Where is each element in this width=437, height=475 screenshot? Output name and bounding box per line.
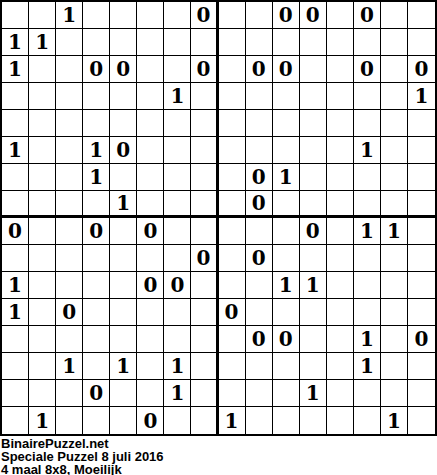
cell-r10c11-empty[interactable] xyxy=(273,245,300,272)
cell-r7c16-empty[interactable] xyxy=(408,164,435,191)
cell-r15c2-empty[interactable] xyxy=(29,380,56,407)
cell-r3c10-given[interactable]: 0 xyxy=(246,56,273,83)
cell-r5c8-empty[interactable] xyxy=(191,110,218,137)
cell-r9c3-empty[interactable] xyxy=(56,218,83,245)
cell-r12c3-given[interactable]: 0 xyxy=(56,299,83,326)
cell-r3c14-given[interactable]: 0 xyxy=(354,56,381,83)
cell-r14c9-empty[interactable] xyxy=(219,353,246,380)
cell-r15c8-empty[interactable] xyxy=(191,380,218,407)
cell-r6c13-empty[interactable] xyxy=(327,137,354,164)
cell-r2c6-empty[interactable] xyxy=(137,29,164,56)
cell-r11c11-given[interactable]: 1 xyxy=(273,272,300,299)
cell-r11c3-empty[interactable] xyxy=(56,272,83,299)
cell-r4c13-empty[interactable] xyxy=(327,83,354,110)
cell-r3c13-empty[interactable] xyxy=(327,56,354,83)
cell-r9c9-empty[interactable] xyxy=(219,218,246,245)
cell-r15c14-empty[interactable] xyxy=(354,380,381,407)
cell-r6c4-given[interactable]: 1 xyxy=(83,137,110,164)
cell-r7c8-empty[interactable] xyxy=(191,164,218,191)
cell-r12c16-empty[interactable] xyxy=(408,299,435,326)
cell-r13c4-empty[interactable] xyxy=(83,326,110,353)
cell-r7c9-empty[interactable] xyxy=(219,164,246,191)
cell-r7c5-empty[interactable] xyxy=(110,164,137,191)
cell-r8c3-empty[interactable] xyxy=(56,191,83,218)
cell-r8c2-empty[interactable] xyxy=(29,191,56,218)
cell-r5c14-empty[interactable] xyxy=(354,110,381,137)
cell-r4c10-empty[interactable] xyxy=(246,83,273,110)
cell-r8c4-empty[interactable] xyxy=(83,191,110,218)
cell-r7c1-empty[interactable] xyxy=(2,164,29,191)
cell-r7c2-empty[interactable] xyxy=(29,164,56,191)
cell-r13c3-empty[interactable] xyxy=(56,326,83,353)
cell-r14c7-given[interactable]: 1 xyxy=(164,353,191,380)
cell-r9c13-empty[interactable] xyxy=(327,218,354,245)
cell-r15c13-empty[interactable] xyxy=(327,380,354,407)
cell-r13c14-given[interactable]: 1 xyxy=(354,326,381,353)
cell-r3c2-empty[interactable] xyxy=(29,56,56,83)
cell-r10c5-empty[interactable] xyxy=(110,245,137,272)
cell-r11c7-given[interactable]: 0 xyxy=(164,272,191,299)
cell-r2c12-empty[interactable] xyxy=(300,29,327,56)
cell-r1c3-given[interactable]: 1 xyxy=(56,2,83,29)
cell-r4c12-empty[interactable] xyxy=(300,83,327,110)
cell-r14c10-empty[interactable] xyxy=(246,353,273,380)
cell-r9c8-empty[interactable] xyxy=(191,218,218,245)
cell-r9c6-given[interactable]: 0 xyxy=(137,218,164,245)
cell-r10c8-given[interactable]: 0 xyxy=(191,245,218,272)
cell-r9c1-given[interactable]: 0 xyxy=(2,218,29,245)
cell-r12c6-empty[interactable] xyxy=(137,299,164,326)
cell-r11c16-empty[interactable] xyxy=(408,272,435,299)
cell-r3c8-given[interactable]: 0 xyxy=(191,56,218,83)
cell-r1c4-empty[interactable] xyxy=(83,2,110,29)
cell-r8c8-empty[interactable] xyxy=(191,191,218,218)
cell-r16c5-empty[interactable] xyxy=(110,407,137,434)
cell-r13c15-empty[interactable] xyxy=(381,326,408,353)
cell-r7c6-empty[interactable] xyxy=(137,164,164,191)
cell-r3c12-empty[interactable] xyxy=(300,56,327,83)
cell-r1c9-empty[interactable] xyxy=(219,2,246,29)
cell-r8c1-empty[interactable] xyxy=(2,191,29,218)
cell-r3c1-given[interactable]: 1 xyxy=(2,56,29,83)
cell-r12c12-empty[interactable] xyxy=(300,299,327,326)
cell-r15c9-empty[interactable] xyxy=(219,380,246,407)
cell-r4c2-empty[interactable] xyxy=(29,83,56,110)
cell-r2c8-empty[interactable] xyxy=(191,29,218,56)
cell-r13c13-empty[interactable] xyxy=(327,326,354,353)
cell-r8c12-empty[interactable] xyxy=(300,191,327,218)
cell-r6c9-empty[interactable] xyxy=(219,137,246,164)
cell-r10c7-empty[interactable] xyxy=(164,245,191,272)
cell-r8c10-given[interactable]: 0 xyxy=(246,191,273,218)
cell-r12c9-given[interactable]: 0 xyxy=(219,299,246,326)
cell-r15c4-given[interactable]: 0 xyxy=(83,380,110,407)
cell-r5c1-empty[interactable] xyxy=(2,110,29,137)
cell-r1c16-empty[interactable] xyxy=(408,2,435,29)
cell-r16c6-given[interactable]: 0 xyxy=(137,407,164,434)
cell-r8c9-empty[interactable] xyxy=(219,191,246,218)
cell-r5c11-empty[interactable] xyxy=(273,110,300,137)
cell-r11c5-empty[interactable] xyxy=(110,272,137,299)
cell-r2c10-empty[interactable] xyxy=(246,29,273,56)
cell-r9c10-empty[interactable] xyxy=(246,218,273,245)
cell-r5c2-empty[interactable] xyxy=(29,110,56,137)
cell-r4c11-empty[interactable] xyxy=(273,83,300,110)
cell-r2c16-empty[interactable] xyxy=(408,29,435,56)
cell-r9c5-empty[interactable] xyxy=(110,218,137,245)
cell-r15c16-empty[interactable] xyxy=(408,380,435,407)
cell-r15c5-empty[interactable] xyxy=(110,380,137,407)
cell-r6c1-given[interactable]: 1 xyxy=(2,137,29,164)
cell-r12c5-empty[interactable] xyxy=(110,299,137,326)
cell-r3c7-empty[interactable] xyxy=(164,56,191,83)
cell-r15c1-empty[interactable] xyxy=(2,380,29,407)
cell-r10c9-empty[interactable] xyxy=(219,245,246,272)
cell-r11c1-given[interactable]: 1 xyxy=(2,272,29,299)
cell-r9c16-empty[interactable] xyxy=(408,218,435,245)
cell-r15c10-empty[interactable] xyxy=(246,380,273,407)
cell-r2c15-empty[interactable] xyxy=(381,29,408,56)
cell-r16c15-given[interactable]: 1 xyxy=(381,407,408,434)
cell-r11c14-empty[interactable] xyxy=(354,272,381,299)
cell-r5c13-empty[interactable] xyxy=(327,110,354,137)
cell-r1c13-empty[interactable] xyxy=(327,2,354,29)
cell-r11c10-empty[interactable] xyxy=(246,272,273,299)
cell-r13c6-empty[interactable] xyxy=(137,326,164,353)
puzzle-subtitle: 4 maal 8x8, Moeilijk xyxy=(1,463,437,475)
cell-r16c14-empty[interactable] xyxy=(354,407,381,434)
cell-r16c7-empty[interactable] xyxy=(164,407,191,434)
cell-r2c13-empty[interactable] xyxy=(327,29,354,56)
cell-r15c15-empty[interactable] xyxy=(381,380,408,407)
cell-r5c12-empty[interactable] xyxy=(300,110,327,137)
cell-r4c3-empty[interactable] xyxy=(56,83,83,110)
cell-r5c3-empty[interactable] xyxy=(56,110,83,137)
cell-r13c11-given[interactable]: 0 xyxy=(273,326,300,353)
cell-r3c4-given[interactable]: 0 xyxy=(83,56,110,83)
cell-r1c8-given[interactable]: 0 xyxy=(191,2,218,29)
cell-r10c16-empty[interactable] xyxy=(408,245,435,272)
cell-r4c16-given[interactable]: 1 xyxy=(408,83,435,110)
cell-r5c9-empty[interactable] xyxy=(219,110,246,137)
cell-r14c2-empty[interactable] xyxy=(29,353,56,380)
cell-r14c1-empty[interactable] xyxy=(2,353,29,380)
cell-r13c16-given[interactable]: 0 xyxy=(408,326,435,353)
cell-r11c9-empty[interactable] xyxy=(219,272,246,299)
cell-r16c16-empty[interactable] xyxy=(408,407,435,434)
cell-r4c14-empty[interactable] xyxy=(354,83,381,110)
cell-r16c12-empty[interactable] xyxy=(300,407,327,434)
cell-r14c8-empty[interactable] xyxy=(191,353,218,380)
cell-r8c13-empty[interactable] xyxy=(327,191,354,218)
cell-r16c13-empty[interactable] xyxy=(327,407,354,434)
cell-r2c4-empty[interactable] xyxy=(83,29,110,56)
cell-r5c16-empty[interactable] xyxy=(408,110,435,137)
cell-r15c7-given[interactable]: 1 xyxy=(164,380,191,407)
cell-r16c8-empty[interactable] xyxy=(191,407,218,434)
cell-r4c4-empty[interactable] xyxy=(83,83,110,110)
cell-r7c11-given[interactable]: 1 xyxy=(273,164,300,191)
cell-r14c11-empty[interactable] xyxy=(273,353,300,380)
cell-r6c10-empty[interactable] xyxy=(246,137,273,164)
cell-r15c6-empty[interactable] xyxy=(137,380,164,407)
cell-r8c16-empty[interactable] xyxy=(408,191,435,218)
cell-r14c6-empty[interactable] xyxy=(137,353,164,380)
cell-r12c14-empty[interactable] xyxy=(354,299,381,326)
cell-r12c7-empty[interactable] xyxy=(164,299,191,326)
cell-r4c6-empty[interactable] xyxy=(137,83,164,110)
cell-r6c6-empty[interactable] xyxy=(137,137,164,164)
cell-r11c13-empty[interactable] xyxy=(327,272,354,299)
cell-r10c2-empty[interactable] xyxy=(29,245,56,272)
cell-r7c14-empty[interactable] xyxy=(354,164,381,191)
cell-r6c5-given[interactable]: 0 xyxy=(110,137,137,164)
cell-r2c11-empty[interactable] xyxy=(273,29,300,56)
cell-r7c15-empty[interactable] xyxy=(381,164,408,191)
cell-r7c7-empty[interactable] xyxy=(164,164,191,191)
cell-r7c10-given[interactable]: 0 xyxy=(246,164,273,191)
cell-r6c3-empty[interactable] xyxy=(56,137,83,164)
cell-r12c4-empty[interactable] xyxy=(83,299,110,326)
cell-r2c5-empty[interactable] xyxy=(110,29,137,56)
cell-r8c6-empty[interactable] xyxy=(137,191,164,218)
cell-r1c10-empty[interactable] xyxy=(246,2,273,29)
cell-r9c4-given[interactable]: 0 xyxy=(83,218,110,245)
cell-r10c1-empty[interactable] xyxy=(2,245,29,272)
cell-r16c11-empty[interactable] xyxy=(273,407,300,434)
cell-r2c3-empty[interactable] xyxy=(56,29,83,56)
cell-r2c9-empty[interactable] xyxy=(219,29,246,56)
cell-r1c5-empty[interactable] xyxy=(110,2,137,29)
cell-r12c15-empty[interactable] xyxy=(381,299,408,326)
cell-r14c16-empty[interactable] xyxy=(408,353,435,380)
cell-r10c14-empty[interactable] xyxy=(354,245,381,272)
cell-r1c6-empty[interactable] xyxy=(137,2,164,29)
cell-r7c13-empty[interactable] xyxy=(327,164,354,191)
cell-r9c7-empty[interactable] xyxy=(164,218,191,245)
cell-r10c13-empty[interactable] xyxy=(327,245,354,272)
cell-r6c14-given[interactable]: 1 xyxy=(354,137,381,164)
cell-r5c5-empty[interactable] xyxy=(110,110,137,137)
cell-r4c8-empty[interactable] xyxy=(191,83,218,110)
cell-r11c12-given[interactable]: 1 xyxy=(300,272,327,299)
cell-r14c12-empty[interactable] xyxy=(300,353,327,380)
cell-r8c11-empty[interactable] xyxy=(273,191,300,218)
cell-r8c15-empty[interactable] xyxy=(381,191,408,218)
cell-r13c12-empty[interactable] xyxy=(300,326,327,353)
cell-r12c1-given[interactable]: 1 xyxy=(2,299,29,326)
cell-r16c2-given[interactable]: 1 xyxy=(29,407,56,434)
cell-r16c9-given[interactable]: 1 xyxy=(219,407,246,434)
cell-r13c10-given[interactable]: 0 xyxy=(246,326,273,353)
cell-r11c6-given[interactable]: 0 xyxy=(137,272,164,299)
cell-r11c2-empty[interactable] xyxy=(29,272,56,299)
cell-r15c11-empty[interactable] xyxy=(273,380,300,407)
cell-r1c15-empty[interactable] xyxy=(381,2,408,29)
cell-r12c10-empty[interactable] xyxy=(246,299,273,326)
cell-r10c15-empty[interactable] xyxy=(381,245,408,272)
cell-r3c5-given[interactable]: 0 xyxy=(110,56,137,83)
cell-r13c5-empty[interactable] xyxy=(110,326,137,353)
cell-r10c6-empty[interactable] xyxy=(137,245,164,272)
cell-r1c7-empty[interactable] xyxy=(164,2,191,29)
cell-r7c3-empty[interactable] xyxy=(56,164,83,191)
cell-r6c7-empty[interactable] xyxy=(164,137,191,164)
cell-r5c15-empty[interactable] xyxy=(381,110,408,137)
cell-r3c6-empty[interactable] xyxy=(137,56,164,83)
cell-r16c4-empty[interactable] xyxy=(83,407,110,434)
cell-r6c16-empty[interactable] xyxy=(408,137,435,164)
cell-r5c10-empty[interactable] xyxy=(246,110,273,137)
cell-r9c11-empty[interactable] xyxy=(273,218,300,245)
cell-r4c9-empty[interactable] xyxy=(219,83,246,110)
cell-r9c2-empty[interactable] xyxy=(29,218,56,245)
cell-r8c5-given[interactable]: 1 xyxy=(110,191,137,218)
cell-r2c2-given[interactable]: 1 xyxy=(29,29,56,56)
cell-r12c11-empty[interactable] xyxy=(273,299,300,326)
cell-r10c12-empty[interactable] xyxy=(300,245,327,272)
cell-r7c12-empty[interactable] xyxy=(300,164,327,191)
cell-r5c4-empty[interactable] xyxy=(83,110,110,137)
cell-r5c7-empty[interactable] xyxy=(164,110,191,137)
cell-r3c16-given[interactable]: 0 xyxy=(408,56,435,83)
cell-r6c11-empty[interactable] xyxy=(273,137,300,164)
cell-r14c15-empty[interactable] xyxy=(381,353,408,380)
cell-r7c4-given[interactable]: 1 xyxy=(83,164,110,191)
cell-r4c7-given[interactable]: 1 xyxy=(164,83,191,110)
cell-r11c15-empty[interactable] xyxy=(381,272,408,299)
cell-r6c15-empty[interactable] xyxy=(381,137,408,164)
cell-r15c12-given[interactable]: 1 xyxy=(300,380,327,407)
cell-r2c1-given[interactable]: 1 xyxy=(2,29,29,56)
cell-r16c3-empty[interactable] xyxy=(56,407,83,434)
cell-r13c9-empty[interactable] xyxy=(219,326,246,353)
cell-r8c14-empty[interactable] xyxy=(354,191,381,218)
cell-r1c12-given[interactable]: 0 xyxy=(300,2,327,29)
cell-r14c5-given[interactable]: 1 xyxy=(110,353,137,380)
cell-r1c11-given[interactable]: 0 xyxy=(273,2,300,29)
cell-r4c5-empty[interactable] xyxy=(110,83,137,110)
cell-r13c7-empty[interactable] xyxy=(164,326,191,353)
cell-r10c3-empty[interactable] xyxy=(56,245,83,272)
cell-r8c7-empty[interactable] xyxy=(164,191,191,218)
cell-r14c14-given[interactable]: 1 xyxy=(354,353,381,380)
cell-r1c2-empty[interactable] xyxy=(29,2,56,29)
cell-r14c4-empty[interactable] xyxy=(83,353,110,380)
cell-r3c3-empty[interactable] xyxy=(56,56,83,83)
cell-r3c11-given[interactable]: 0 xyxy=(273,56,300,83)
cell-r13c8-empty[interactable] xyxy=(191,326,218,353)
cell-r11c4-empty[interactable] xyxy=(83,272,110,299)
cell-r12c13-empty[interactable] xyxy=(327,299,354,326)
cell-r12c2-empty[interactable] xyxy=(29,299,56,326)
cell-r1c14-given[interactable]: 0 xyxy=(354,2,381,29)
cell-r2c7-empty[interactable] xyxy=(164,29,191,56)
cell-r11c8-empty[interactable] xyxy=(191,272,218,299)
cell-r12c8-empty[interactable] xyxy=(191,299,218,326)
cell-r1c1-empty[interactable] xyxy=(2,2,29,29)
cell-r5c6-empty[interactable] xyxy=(137,110,164,137)
cell-r16c10-empty[interactable] xyxy=(246,407,273,434)
cell-r4c1-empty[interactable] xyxy=(2,83,29,110)
cell-r6c2-empty[interactable] xyxy=(29,137,56,164)
cell-r13c1-empty[interactable] xyxy=(2,326,29,353)
cell-r9c14-given[interactable]: 1 xyxy=(354,218,381,245)
puzzle-caption: BinairePuzzel.net Speciale Puzzel 8 juli… xyxy=(0,436,437,475)
cell-r9c15-given[interactable]: 1 xyxy=(381,218,408,245)
cell-r14c3-given[interactable]: 1 xyxy=(56,353,83,380)
cell-r9c12-given[interactable]: 0 xyxy=(300,218,327,245)
cell-r16c1-empty[interactable] xyxy=(2,407,29,434)
cell-r6c12-empty[interactable] xyxy=(300,137,327,164)
cell-r14c13-empty[interactable] xyxy=(327,353,354,380)
cell-r10c4-empty[interactable] xyxy=(83,245,110,272)
cell-r2c14-empty[interactable] xyxy=(354,29,381,56)
cell-r13c2-empty[interactable] xyxy=(29,326,56,353)
cell-r6c8-empty[interactable] xyxy=(191,137,218,164)
cell-r15c3-empty[interactable] xyxy=(56,380,83,407)
binary-puzzle-board: 1000011100000001111011011000001100100111… xyxy=(0,0,437,436)
cell-r10c10-given[interactable]: 0 xyxy=(246,245,273,272)
cell-r3c15-empty[interactable] xyxy=(381,56,408,83)
cell-r4c15-empty[interactable] xyxy=(381,83,408,110)
cell-r3c9-empty[interactable] xyxy=(219,56,246,83)
